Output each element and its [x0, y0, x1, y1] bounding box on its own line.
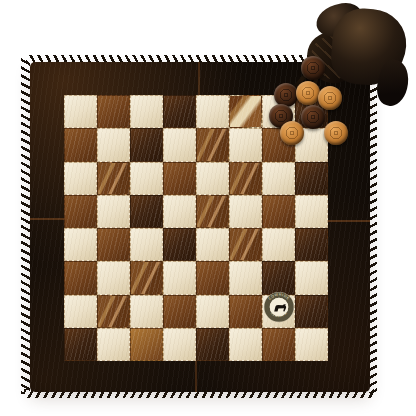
square-r6c2[interactable]: [97, 261, 130, 294]
square-r8c4[interactable]: [163, 328, 196, 361]
square-r3c5[interactable]: [196, 162, 229, 195]
square-r3c3[interactable]: [130, 162, 163, 195]
square-r1c1[interactable]: [64, 95, 97, 128]
square-r4c6[interactable]: [229, 195, 262, 228]
border-seam-bottom: [195, 361, 197, 392]
square-r2c6[interactable]: [229, 128, 262, 161]
square-r6c4[interactable]: [163, 261, 196, 294]
checker-light[interactable]: [324, 121, 348, 145]
square-r6c1[interactable]: [64, 261, 97, 294]
square-r6c6[interactable]: [229, 261, 262, 294]
square-r7c5[interactable]: [196, 295, 229, 328]
photo-scene: COWHIDE LEATHER: [0, 0, 416, 416]
square-r8c3[interactable]: [130, 328, 163, 361]
square-r7c3[interactable]: [130, 295, 163, 328]
square-r3c4[interactable]: [163, 162, 196, 195]
checker-light[interactable]: [296, 81, 320, 105]
checker-dark[interactable]: [301, 105, 325, 129]
checker-light[interactable]: [280, 121, 304, 145]
square-r8c5[interactable]: [196, 328, 229, 361]
square-r5c6[interactable]: [229, 228, 262, 261]
square-r5c7[interactable]: [262, 228, 295, 261]
checker-dark[interactable]: [301, 56, 325, 80]
square-r2c3[interactable]: [130, 128, 163, 161]
square-r2c5[interactable]: [196, 128, 229, 161]
square-r3c8[interactable]: [295, 162, 328, 195]
border-seam-right: [328, 220, 370, 222]
square-r1c4[interactable]: [163, 95, 196, 128]
square-r2c1[interactable]: [64, 128, 97, 161]
checker-light[interactable]: [318, 86, 342, 110]
border-seam-left: [30, 218, 64, 220]
square-r4c2[interactable]: [97, 195, 130, 228]
border-seam-top: [198, 62, 200, 95]
square-r4c7[interactable]: [262, 195, 295, 228]
square-r8c7[interactable]: [262, 328, 295, 361]
square-r7c4[interactable]: [163, 295, 196, 328]
square-r2c4[interactable]: [163, 128, 196, 161]
square-r5c8[interactable]: [295, 228, 328, 261]
square-r4c8[interactable]: [295, 195, 328, 228]
edge-stitching-left: [21, 58, 30, 394]
square-r6c3[interactable]: [130, 261, 163, 294]
square-r4c4[interactable]: [163, 195, 196, 228]
square-r7c8[interactable]: [295, 295, 328, 328]
square-r8c2[interactable]: [97, 328, 130, 361]
square-r3c1[interactable]: [64, 162, 97, 195]
square-r3c6[interactable]: [229, 162, 262, 195]
square-r5c5[interactable]: [196, 228, 229, 261]
square-r6c7[interactable]: [262, 261, 295, 294]
square-r3c7[interactable]: [262, 162, 295, 195]
square-r4c3[interactable]: [130, 195, 163, 228]
square-r8c1[interactable]: [64, 328, 97, 361]
square-r8c8[interactable]: [295, 328, 328, 361]
square-r7c1[interactable]: [64, 295, 97, 328]
brand-badge: COWHIDE LEATHER: [263, 291, 295, 323]
square-r5c1[interactable]: [64, 228, 97, 261]
square-r7c2[interactable]: [97, 295, 130, 328]
square-r1c2[interactable]: [97, 95, 130, 128]
square-r1c3[interactable]: [130, 95, 163, 128]
square-r1c5[interactable]: [196, 95, 229, 128]
square-r4c1[interactable]: [64, 195, 97, 228]
square-r3c2[interactable]: [97, 162, 130, 195]
square-r6c5[interactable]: [196, 261, 229, 294]
square-r5c3[interactable]: [130, 228, 163, 261]
square-r5c2[interactable]: [97, 228, 130, 261]
square-r4c5[interactable]: [196, 195, 229, 228]
square-r5c4[interactable]: [163, 228, 196, 261]
square-r6c8[interactable]: [295, 261, 328, 294]
square-r1c6[interactable]: [229, 95, 262, 128]
square-r8c6[interactable]: [229, 328, 262, 361]
square-r2c2[interactable]: [97, 128, 130, 161]
square-r7c6[interactable]: [229, 295, 262, 328]
